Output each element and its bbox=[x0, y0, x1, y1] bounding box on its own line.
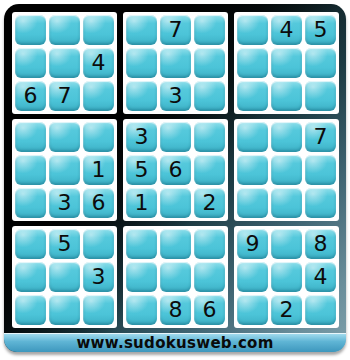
sudoku-box-5: 7 bbox=[234, 119, 339, 221]
cell-r8c5[interactable] bbox=[160, 262, 191, 292]
cell-r8c6[interactable] bbox=[194, 262, 225, 292]
sudoku-box-1: 73 bbox=[123, 12, 228, 114]
cell-r9c1[interactable] bbox=[15, 295, 46, 325]
cell-r4c2[interactable] bbox=[49, 122, 80, 152]
sudoku-box-4: 35612 bbox=[123, 119, 228, 221]
cell-r4c6[interactable] bbox=[194, 122, 225, 152]
cell-r2c8[interactable] bbox=[271, 48, 302, 78]
cell-r2c5[interactable] bbox=[160, 48, 191, 78]
cell-r5c5[interactable]: 6 bbox=[160, 155, 191, 185]
cell-r8c8[interactable] bbox=[271, 262, 302, 292]
cell-r2c9[interactable] bbox=[305, 48, 336, 78]
cell-r9c7[interactable] bbox=[237, 295, 268, 325]
cell-r4c9[interactable]: 7 bbox=[305, 122, 336, 152]
cell-r1c8[interactable]: 4 bbox=[271, 15, 302, 45]
sudoku-box-2: 45 bbox=[234, 12, 339, 114]
cell-r9c3[interactable] bbox=[83, 295, 114, 325]
cell-r8c4[interactable] bbox=[126, 262, 157, 292]
cell-r2c6[interactable] bbox=[194, 48, 225, 78]
cell-r1c6[interactable] bbox=[194, 15, 225, 45]
cell-r3c3[interactable] bbox=[83, 81, 114, 111]
cell-r7c3[interactable] bbox=[83, 229, 114, 259]
cell-r3c9[interactable] bbox=[305, 81, 336, 111]
cell-r1c4[interactable] bbox=[126, 15, 157, 45]
cell-r4c5[interactable] bbox=[160, 122, 191, 152]
cell-r2c1[interactable] bbox=[15, 48, 46, 78]
cell-r2c7[interactable] bbox=[237, 48, 268, 78]
sudoku-board-frame: 467734513635612753869842 www.sudokusweb.… bbox=[4, 4, 346, 352]
cell-r3c7[interactable] bbox=[237, 81, 268, 111]
cell-r4c3[interactable] bbox=[83, 122, 114, 152]
cell-r1c5[interactable]: 7 bbox=[160, 15, 191, 45]
cell-r1c2[interactable] bbox=[49, 15, 80, 45]
cell-r6c3[interactable]: 6 bbox=[83, 188, 114, 218]
cell-r5c1[interactable] bbox=[15, 155, 46, 185]
cell-r9c4[interactable] bbox=[126, 295, 157, 325]
cell-r7c9[interactable]: 8 bbox=[305, 229, 336, 259]
cell-r5c3[interactable]: 1 bbox=[83, 155, 114, 185]
cell-r7c7[interactable]: 9 bbox=[237, 229, 268, 259]
cell-r9c9[interactable] bbox=[305, 295, 336, 325]
cell-r6c4[interactable]: 1 bbox=[126, 188, 157, 218]
cell-r5c9[interactable] bbox=[305, 155, 336, 185]
cell-r7c1[interactable] bbox=[15, 229, 46, 259]
cell-r9c8[interactable]: 2 bbox=[271, 295, 302, 325]
sudoku-box-0: 467 bbox=[12, 12, 117, 114]
cell-r8c2[interactable] bbox=[49, 262, 80, 292]
cell-r5c4[interactable]: 5 bbox=[126, 155, 157, 185]
cell-r5c2[interactable] bbox=[49, 155, 80, 185]
cell-r3c6[interactable] bbox=[194, 81, 225, 111]
cell-r6c7[interactable] bbox=[237, 188, 268, 218]
sudoku-grid: 467734513635612753869842 bbox=[12, 12, 339, 328]
cell-r6c9[interactable] bbox=[305, 188, 336, 218]
cell-r1c9[interactable]: 5 bbox=[305, 15, 336, 45]
cell-r9c5[interactable]: 8 bbox=[160, 295, 191, 325]
cell-r4c1[interactable] bbox=[15, 122, 46, 152]
cell-r2c4[interactable] bbox=[126, 48, 157, 78]
cell-r2c3[interactable]: 4 bbox=[83, 48, 114, 78]
site-link[interactable]: www.sudokusweb.com bbox=[76, 334, 273, 352]
cell-r8c7[interactable] bbox=[237, 262, 268, 292]
cell-r7c6[interactable] bbox=[194, 229, 225, 259]
cell-r1c7[interactable] bbox=[237, 15, 268, 45]
cell-r3c2[interactable]: 7 bbox=[49, 81, 80, 111]
cell-r9c2[interactable] bbox=[49, 295, 80, 325]
cell-r1c1[interactable] bbox=[15, 15, 46, 45]
cell-r7c2[interactable]: 5 bbox=[49, 229, 80, 259]
cell-r5c6[interactable] bbox=[194, 155, 225, 185]
cell-r7c4[interactable] bbox=[126, 229, 157, 259]
cell-r8c3[interactable]: 3 bbox=[83, 262, 114, 292]
cell-r6c5[interactable] bbox=[160, 188, 191, 218]
cell-r5c7[interactable] bbox=[237, 155, 268, 185]
cell-r8c1[interactable] bbox=[15, 262, 46, 292]
cell-r7c8[interactable] bbox=[271, 229, 302, 259]
cell-r4c4[interactable]: 3 bbox=[126, 122, 157, 152]
cell-r8c9[interactable]: 4 bbox=[305, 262, 336, 292]
cell-r3c5[interactable]: 3 bbox=[160, 81, 191, 111]
cell-r3c1[interactable]: 6 bbox=[15, 81, 46, 111]
cell-r6c8[interactable] bbox=[271, 188, 302, 218]
cell-r9c6[interactable]: 6 bbox=[194, 295, 225, 325]
cell-r4c7[interactable] bbox=[237, 122, 268, 152]
cell-r3c8[interactable] bbox=[271, 81, 302, 111]
sudoku-box-3: 136 bbox=[12, 119, 117, 221]
sudoku-box-6: 53 bbox=[12, 226, 117, 328]
cell-r4c8[interactable] bbox=[271, 122, 302, 152]
cell-r3c4[interactable] bbox=[126, 81, 157, 111]
cell-r5c8[interactable] bbox=[271, 155, 302, 185]
cell-r6c2[interactable]: 3 bbox=[49, 188, 80, 218]
cell-r6c1[interactable] bbox=[15, 188, 46, 218]
cell-r7c5[interactable] bbox=[160, 229, 191, 259]
sudoku-box-8: 9842 bbox=[234, 226, 339, 328]
cell-r2c2[interactable] bbox=[49, 48, 80, 78]
sudoku-box-7: 86 bbox=[123, 226, 228, 328]
cell-r6c6[interactable]: 2 bbox=[194, 188, 225, 218]
footer-band: www.sudokusweb.com bbox=[4, 333, 346, 352]
cell-r1c3[interactable] bbox=[83, 15, 114, 45]
